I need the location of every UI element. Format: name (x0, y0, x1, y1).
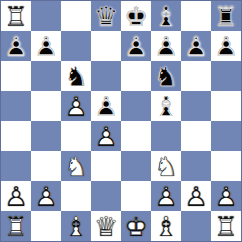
black-pawn[interactable]: ♟♙ (31, 31, 61, 61)
white-rook[interactable]: ♜♖ (1, 211, 31, 241)
square-d5[interactable]: ♟♙ (91, 91, 121, 121)
black-knight[interactable]: ♞♘ (61, 61, 91, 91)
square-a5[interactable] (1, 91, 31, 121)
pawn-glyph-outline: ♙ (1, 31, 31, 61)
knight-glyph-outline: ♘ (61, 151, 91, 181)
pawn-glyph-outline: ♙ (181, 181, 211, 211)
square-d2[interactable] (91, 181, 121, 211)
square-e1[interactable]: ♚♔ (121, 211, 151, 241)
square-e4[interactable] (121, 121, 151, 151)
pawn-glyph-outline: ♙ (151, 31, 181, 61)
pawn-glyph-outline: ♙ (91, 91, 121, 121)
square-e8[interactable]: ♚♔ (121, 1, 151, 31)
square-d1[interactable]: ♛♕ (91, 211, 121, 241)
queen-glyph-outline: ♕ (91, 1, 121, 31)
chess-board-container: ♜♖♛♕♚♔♝♗♜♖♟♙♟♙♟♙♟♙♟♙♟♙♞♘♞♘♟♙♟♙♝♗♟♙♞♘♞♘♟♙… (0, 0, 242, 242)
square-a7[interactable]: ♟♙ (1, 31, 31, 61)
black-pawn[interactable]: ♟♙ (151, 31, 181, 61)
white-king[interactable]: ♚♔ (121, 211, 151, 241)
white-pawn[interactable]: ♟♙ (211, 181, 241, 211)
pawn-glyph-outline: ♙ (151, 181, 181, 211)
king-glyph-outline: ♔ (121, 211, 151, 241)
square-g2[interactable]: ♟♙ (181, 181, 211, 211)
square-f5[interactable]: ♝♗ (151, 91, 181, 121)
square-f7[interactable]: ♟♙ (151, 31, 181, 61)
pawn-glyph-outline: ♙ (181, 31, 211, 61)
square-b3[interactable] (31, 151, 61, 181)
white-pawn[interactable]: ♟♙ (91, 121, 121, 151)
pawn-glyph-outline: ♙ (1, 181, 31, 211)
black-king[interactable]: ♚♔ (121, 1, 151, 31)
square-a6[interactable] (1, 61, 31, 91)
knight-glyph-outline: ♘ (151, 61, 181, 91)
white-rook[interactable]: ♜♖ (1, 1, 31, 31)
square-e3[interactable] (121, 151, 151, 181)
square-b2[interactable]: ♟♙ (31, 181, 61, 211)
square-f4[interactable] (151, 121, 181, 151)
square-h2[interactable]: ♟♙ (211, 181, 241, 211)
square-f6[interactable]: ♞♘ (151, 61, 181, 91)
square-h7[interactable]: ♟♙ (211, 31, 241, 61)
square-a2[interactable]: ♟♙ (1, 181, 31, 211)
white-knight[interactable]: ♞♘ (151, 151, 181, 181)
rook-glyph-outline: ♖ (1, 211, 31, 241)
bishop-glyph-outline: ♗ (151, 211, 181, 241)
square-h5[interactable] (211, 91, 241, 121)
white-pawn[interactable]: ♟♙ (31, 181, 61, 211)
pawn-glyph-outline: ♙ (91, 121, 121, 151)
square-h3[interactable] (211, 151, 241, 181)
square-f8[interactable]: ♝♗ (151, 1, 181, 31)
square-c6[interactable]: ♞♘ (61, 61, 91, 91)
white-pawn[interactable]: ♟♙ (1, 181, 31, 211)
pawn-glyph-outline: ♙ (31, 181, 61, 211)
square-d7[interactable] (91, 31, 121, 61)
rook-glyph-outline: ♖ (211, 1, 241, 31)
black-pawn[interactable]: ♟♙ (91, 91, 121, 121)
pawn-glyph-outline: ♙ (121, 31, 151, 61)
square-c3[interactable]: ♞♘ (61, 151, 91, 181)
square-c8[interactable] (61, 1, 91, 31)
square-g1[interactable] (181, 211, 211, 241)
square-a8[interactable]: ♜♖ (1, 1, 31, 31)
square-c1[interactable]: ♝♗ (61, 211, 91, 241)
square-d6[interactable] (91, 61, 121, 91)
chess-board: ♜♖♛♕♚♔♝♗♜♖♟♙♟♙♟♙♟♙♟♙♟♙♞♘♞♘♟♙♟♙♝♗♟♙♞♘♞♘♟♙… (0, 0, 242, 242)
pawn-glyph-outline: ♙ (31, 31, 61, 61)
square-g3[interactable] (181, 151, 211, 181)
square-g4[interactable] (181, 121, 211, 151)
black-rook[interactable]: ♜♖ (211, 1, 241, 31)
square-e2[interactable] (121, 181, 151, 211)
square-b1[interactable] (31, 211, 61, 241)
square-f2[interactable]: ♟♙ (151, 181, 181, 211)
pawn-glyph-outline: ♙ (61, 91, 91, 121)
square-a3[interactable] (1, 151, 31, 181)
white-pawn[interactable]: ♟♙ (61, 91, 91, 121)
square-c4[interactable] (61, 121, 91, 151)
knight-glyph-outline: ♘ (61, 61, 91, 91)
square-c7[interactable] (61, 31, 91, 61)
square-e7[interactable]: ♟♙ (121, 31, 151, 61)
square-a1[interactable]: ♜♖ (1, 211, 31, 241)
square-h8[interactable]: ♜♖ (211, 1, 241, 31)
black-bishop[interactable]: ♝♗ (151, 1, 181, 31)
square-a4[interactable] (1, 121, 31, 151)
square-c2[interactable] (61, 181, 91, 211)
square-e6[interactable] (121, 61, 151, 91)
black-pawn[interactable]: ♟♙ (121, 31, 151, 61)
square-b8[interactable] (31, 1, 61, 31)
black-pawn[interactable]: ♟♙ (211, 31, 241, 61)
white-queen[interactable]: ♛♕ (91, 211, 121, 241)
black-pawn[interactable]: ♟♙ (181, 31, 211, 61)
bishop-glyph-outline: ♗ (61, 211, 91, 241)
black-knight[interactable]: ♞♘ (151, 61, 181, 91)
bishop-glyph-outline: ♗ (151, 91, 181, 121)
square-h4[interactable] (211, 121, 241, 151)
bishop-glyph-outline: ♗ (151, 1, 181, 31)
square-g5[interactable] (181, 91, 211, 121)
square-g8[interactable] (181, 1, 211, 31)
white-pawn[interactable]: ♟♙ (151, 181, 181, 211)
black-queen[interactable]: ♛♕ (91, 1, 121, 31)
pawn-glyph-outline: ♙ (211, 31, 241, 61)
rook-glyph-outline: ♖ (211, 211, 241, 241)
black-pawn[interactable]: ♟♙ (1, 31, 31, 61)
king-glyph-outline: ♔ (121, 1, 151, 31)
queen-glyph-outline: ♕ (91, 211, 121, 241)
square-b5[interactable] (31, 91, 61, 121)
knight-glyph-outline: ♘ (151, 151, 181, 181)
white-pawn[interactable]: ♟♙ (181, 181, 211, 211)
square-e5[interactable] (121, 91, 151, 121)
square-b4[interactable] (31, 121, 61, 151)
pawn-glyph-outline: ♙ (211, 181, 241, 211)
rook-glyph-outline: ♖ (1, 1, 31, 31)
square-d8[interactable]: ♛♕ (91, 1, 121, 31)
square-g6[interactable] (181, 61, 211, 91)
square-d4[interactable]: ♟♙ (91, 121, 121, 151)
square-h6[interactable] (211, 61, 241, 91)
square-f3[interactable]: ♞♘ (151, 151, 181, 181)
square-h1[interactable]: ♜♖ (211, 211, 241, 241)
square-c5[interactable]: ♟♙ (61, 91, 91, 121)
white-bishop[interactable]: ♝♗ (151, 211, 181, 241)
square-d3[interactable] (91, 151, 121, 181)
square-b7[interactable]: ♟♙ (31, 31, 61, 61)
white-rook[interactable]: ♜♖ (211, 211, 241, 241)
white-knight[interactable]: ♞♘ (61, 151, 91, 181)
square-f1[interactable]: ♝♗ (151, 211, 181, 241)
square-g7[interactable]: ♟♙ (181, 31, 211, 61)
white-bishop[interactable]: ♝♗ (61, 211, 91, 241)
black-bishop[interactable]: ♝♗ (151, 91, 181, 121)
square-b6[interactable] (31, 61, 61, 91)
